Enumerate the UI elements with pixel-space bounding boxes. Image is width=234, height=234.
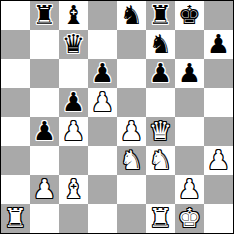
square-b1[interactable] [30,204,59,233]
white-pawn: ♟ [33,176,56,202]
white-pawn: ♟ [91,89,114,115]
black-queen: ♛ [62,31,85,57]
square-b6[interactable] [30,59,59,88]
white-queen: ♛ [149,118,172,144]
square-f5[interactable] [146,88,175,117]
square-b2[interactable]: ♟ [30,175,59,204]
square-e8[interactable]: ♞ [117,1,146,30]
square-b5[interactable] [30,88,59,117]
black-bishop: ♝ [62,2,85,28]
square-e2[interactable] [117,175,146,204]
square-f1[interactable]: ♜ [146,204,175,233]
square-g7[interactable] [175,30,204,59]
square-e7[interactable] [117,30,146,59]
square-b8[interactable]: ♜ [30,1,59,30]
square-c2[interactable]: ♝ [59,175,88,204]
square-a8[interactable] [1,1,30,30]
white-king: ♚ [178,205,201,231]
white-pawn: ♟ [62,118,85,144]
black-pawn: ♟ [91,60,114,86]
black-pawn: ♟ [149,60,172,86]
square-a6[interactable] [1,59,30,88]
square-e1[interactable] [117,204,146,233]
square-e4[interactable]: ♟ [117,117,146,146]
square-a2[interactable] [1,175,30,204]
square-h7[interactable]: ♟ [204,30,233,59]
square-f8[interactable]: ♜ [146,1,175,30]
square-a1[interactable]: ♜ [1,204,30,233]
black-pawn: ♟ [178,60,201,86]
white-pawn: ♟ [120,118,143,144]
square-h1[interactable] [204,204,233,233]
square-g5[interactable] [175,88,204,117]
white-rook: ♜ [149,205,172,231]
square-h6[interactable] [204,59,233,88]
square-f4[interactable]: ♛ [146,117,175,146]
white-knight: ♞ [149,147,172,173]
square-g4[interactable] [175,117,204,146]
black-rook: ♜ [33,2,56,28]
square-c1[interactable] [59,204,88,233]
square-c3[interactable] [59,146,88,175]
square-a5[interactable] [1,88,30,117]
chess-board: ♜♝♞♜♚♛♞♟♟♟♟♟♟♟♟♟♛♞♞♟♟♝♟♜♜♚ [0,0,234,234]
black-pawn: ♟ [207,31,230,57]
square-d4[interactable] [88,117,117,146]
square-d5[interactable]: ♟ [88,88,117,117]
square-d8[interactable] [88,1,117,30]
black-rook: ♜ [149,2,172,28]
square-f7[interactable]: ♞ [146,30,175,59]
square-g1[interactable]: ♚ [175,204,204,233]
square-e3[interactable]: ♞ [117,146,146,175]
square-h3[interactable]: ♟ [204,146,233,175]
square-f3[interactable]: ♞ [146,146,175,175]
square-a3[interactable] [1,146,30,175]
square-c5[interactable]: ♟ [59,88,88,117]
square-c8[interactable]: ♝ [59,1,88,30]
square-a7[interactable] [1,30,30,59]
square-h2[interactable] [204,175,233,204]
square-g2[interactable]: ♟ [175,175,204,204]
square-c7[interactable]: ♛ [59,30,88,59]
square-d3[interactable] [88,146,117,175]
square-a4[interactable] [1,117,30,146]
square-e6[interactable] [117,59,146,88]
black-pawn: ♟ [62,89,85,115]
white-knight: ♞ [120,147,143,173]
square-h8[interactable] [204,1,233,30]
square-f2[interactable] [146,175,175,204]
white-pawn: ♟ [178,176,201,202]
square-c4[interactable]: ♟ [59,117,88,146]
square-e5[interactable] [117,88,146,117]
square-d1[interactable] [88,204,117,233]
black-pawn: ♟ [33,118,56,144]
square-g6[interactable]: ♟ [175,59,204,88]
chess-diagram: ♜♝♞♜♚♛♞♟♟♟♟♟♟♟♟♟♛♞♞♟♟♝♟♜♜♚ [0,0,234,234]
square-b7[interactable] [30,30,59,59]
square-f6[interactable]: ♟ [146,59,175,88]
square-d6[interactable]: ♟ [88,59,117,88]
white-rook: ♜ [4,205,27,231]
square-h5[interactable] [204,88,233,117]
square-g3[interactable] [175,146,204,175]
black-king: ♚ [178,2,201,28]
square-g8[interactable]: ♚ [175,1,204,30]
square-h4[interactable] [204,117,233,146]
square-d7[interactable] [88,30,117,59]
square-b4[interactable]: ♟ [30,117,59,146]
square-b3[interactable] [30,146,59,175]
square-d2[interactable] [88,175,117,204]
white-bishop: ♝ [62,176,85,202]
black-knight: ♞ [149,31,172,57]
square-c6[interactable] [59,59,88,88]
white-pawn: ♟ [207,147,230,173]
black-knight: ♞ [120,2,143,28]
